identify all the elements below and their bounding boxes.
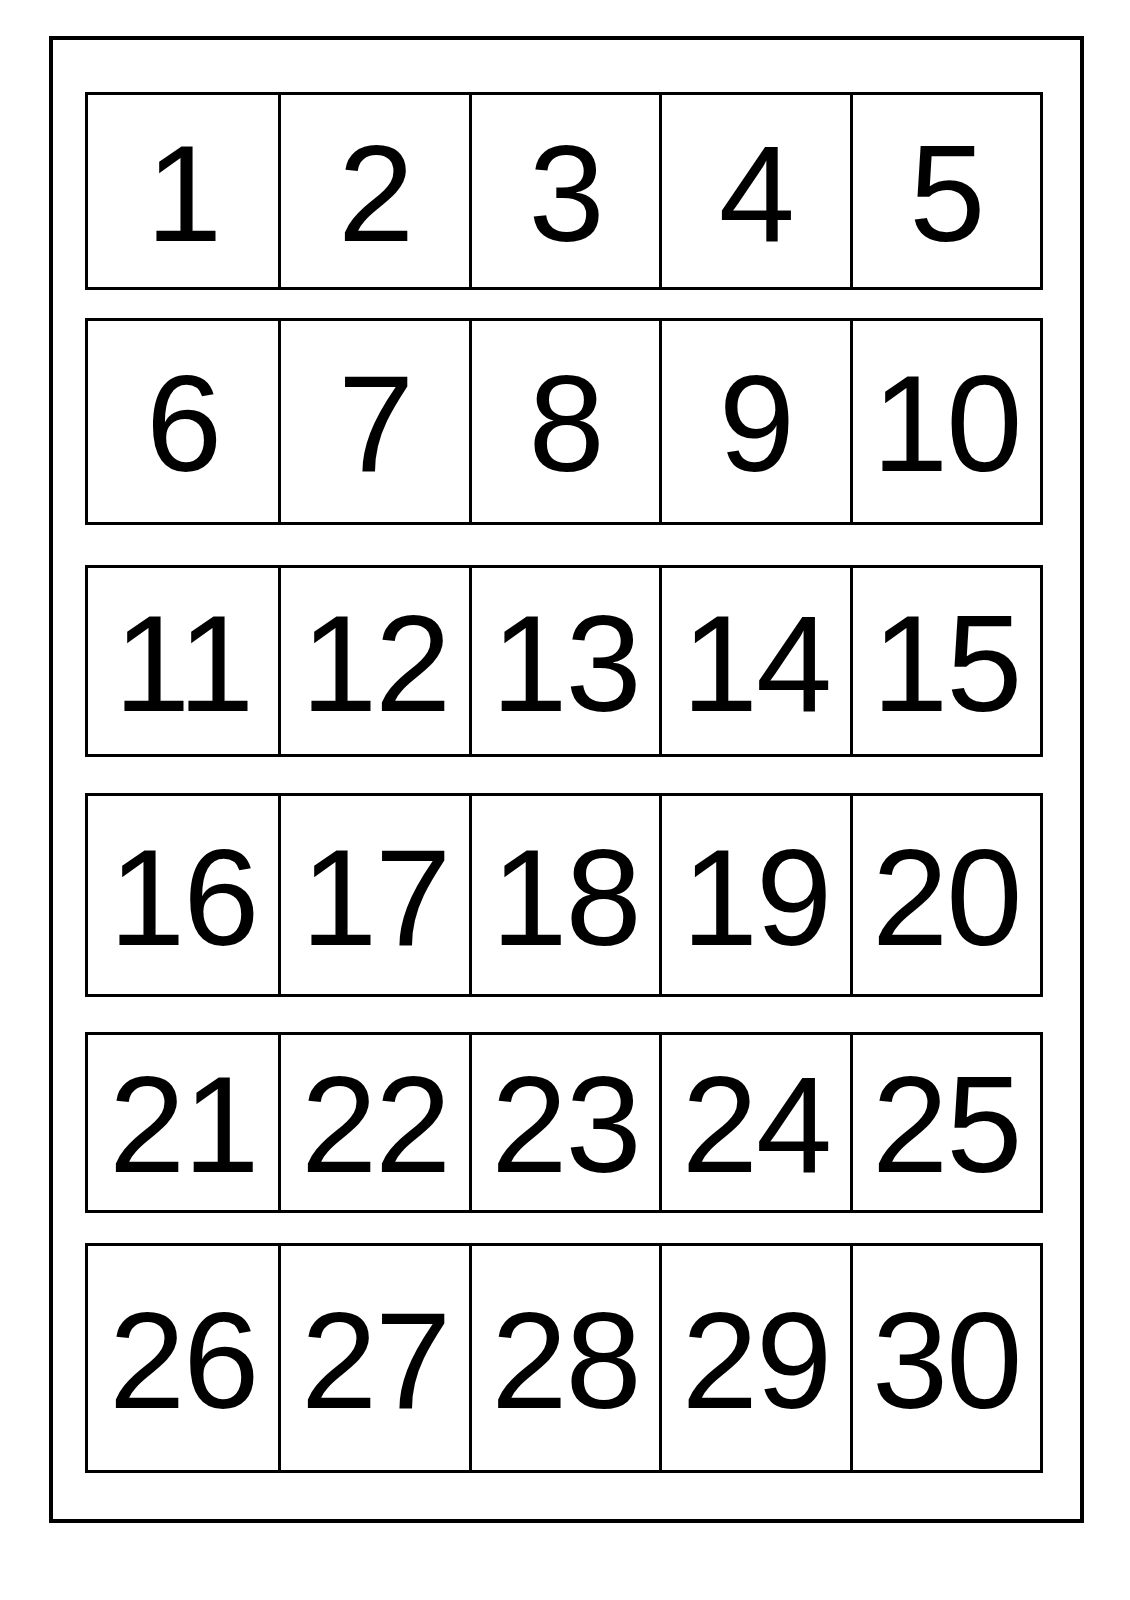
number-cell-4: 4: [659, 95, 849, 287]
number-cell-7: 7: [278, 321, 468, 522]
number-cell-12: 12: [278, 568, 468, 754]
number-label: 14: [682, 595, 830, 732]
number-label: 10: [872, 355, 1020, 492]
number-label: 16: [109, 829, 257, 966]
number-strip-row-1: 1 2 3 4 5: [85, 92, 1043, 290]
number-cell-14: 14: [659, 568, 849, 754]
number-cell-30: 30: [850, 1246, 1040, 1470]
number-label: 4: [719, 125, 793, 262]
number-label: 18: [491, 829, 639, 966]
number-cell-24: 24: [659, 1035, 849, 1210]
number-cell-13: 13: [469, 568, 659, 754]
number-cell-2: 2: [278, 95, 468, 287]
number-label: 9: [719, 355, 793, 492]
number-label: 15: [872, 595, 1020, 732]
number-cell-3: 3: [469, 95, 659, 287]
number-cell-15: 15: [850, 568, 1040, 754]
number-cell-20: 20: [850, 796, 1040, 994]
number-strip-row-2: 6 7 8 9 10: [85, 318, 1043, 525]
number-label: 19: [682, 829, 830, 966]
number-cell-8: 8: [469, 321, 659, 522]
number-cell-25: 25: [850, 1035, 1040, 1210]
number-label: 23: [491, 1056, 639, 1193]
number-label: 27: [301, 1292, 449, 1429]
number-label: 11: [114, 595, 252, 732]
number-cell-6: 6: [88, 321, 278, 522]
number-cell-18: 18: [469, 796, 659, 994]
number-cell-29: 29: [659, 1246, 849, 1470]
number-cell-10: 10: [850, 321, 1040, 522]
number-label: 6: [146, 355, 220, 492]
number-cell-5: 5: [850, 95, 1040, 287]
number-cell-28: 28: [469, 1246, 659, 1470]
number-strip-row-3: 11 12 13 14 15: [85, 565, 1043, 757]
number-label: 28: [491, 1292, 639, 1429]
number-label: 25: [872, 1056, 1020, 1193]
counting-chart-page: 1 2 3 4 5 6 7 8 9 10 11 12 13 14 15 16 1…: [0, 0, 1130, 1600]
number-cell-27: 27: [278, 1246, 468, 1470]
number-cell-17: 17: [278, 796, 468, 994]
number-strip-row-6: 26 27 28 29 30: [85, 1243, 1043, 1473]
number-label: 1: [146, 125, 220, 262]
number-cell-16: 16: [88, 796, 278, 994]
number-cell-9: 9: [659, 321, 849, 522]
number-label: 22: [301, 1056, 449, 1193]
number-label: 7: [338, 355, 412, 492]
number-cell-1: 1: [88, 95, 278, 287]
number-label: 29: [682, 1292, 830, 1429]
number-label: 21: [109, 1056, 257, 1193]
number-label: 24: [682, 1056, 830, 1193]
number-label: 17: [301, 829, 449, 966]
number-label: 12: [301, 595, 449, 732]
number-label: 3: [528, 125, 602, 262]
number-strip-row-5: 21 22 23 24 25: [85, 1032, 1043, 1213]
number-label: 30: [872, 1292, 1020, 1429]
number-cell-26: 26: [88, 1246, 278, 1470]
number-cell-11: 11: [88, 568, 278, 754]
number-cell-21: 21: [88, 1035, 278, 1210]
number-cell-19: 19: [659, 796, 849, 994]
number-label: 26: [109, 1292, 257, 1429]
number-label: 5: [909, 125, 983, 262]
number-label: 8: [528, 355, 602, 492]
number-label: 20: [872, 829, 1020, 966]
number-label: 2: [338, 125, 412, 262]
number-cell-23: 23: [469, 1035, 659, 1210]
number-cell-22: 22: [278, 1035, 468, 1210]
number-label: 13: [491, 595, 639, 732]
number-strip-row-4: 16 17 18 19 20: [85, 793, 1043, 997]
